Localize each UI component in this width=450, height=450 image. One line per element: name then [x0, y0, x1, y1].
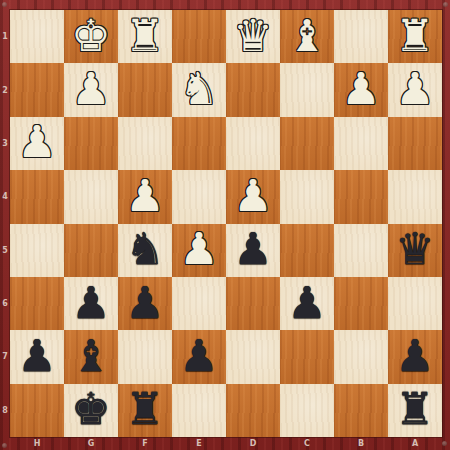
square-g2[interactable]: ♟: [64, 63, 118, 116]
square-f8[interactable]: ♜: [118, 384, 172, 437]
white-pawn-b2[interactable]: ♟: [341, 67, 380, 111]
square-b3[interactable]: [334, 117, 388, 170]
black-queen-a5[interactable]: ♛: [395, 227, 434, 271]
square-d6[interactable]: [226, 277, 280, 330]
rank-label-3: 3: [0, 117, 10, 170]
rank-label-7: 7: [0, 330, 10, 383]
square-c3[interactable]: [280, 117, 334, 170]
square-e8[interactable]: [172, 384, 226, 437]
frame-pin-bottom-right: [442, 441, 447, 446]
square-e5[interactable]: ♟: [172, 224, 226, 277]
square-a7[interactable]: ♟: [388, 330, 442, 383]
square-b6[interactable]: [334, 277, 388, 330]
square-f1[interactable]: ♜: [118, 10, 172, 63]
white-pawn-d4[interactable]: ♟: [233, 174, 272, 218]
black-pawn-e7[interactable]: ♟: [179, 334, 218, 378]
black-pawn-c6[interactable]: ♟: [287, 281, 326, 325]
file-label-g: G: [64, 437, 118, 450]
square-f5[interactable]: ♞: [118, 224, 172, 277]
black-king-g8[interactable]: ♚: [71, 387, 110, 431]
square-c5[interactable]: [280, 224, 334, 277]
square-f4[interactable]: ♟: [118, 170, 172, 223]
chess-board: ♚♜♛♝♜♟♞♟♟♟♟♟♞♟♟♛♟♟♟♟♝♟♟♚♜♜: [10, 10, 442, 437]
square-a4[interactable]: [388, 170, 442, 223]
white-bishop-c1[interactable]: ♝: [287, 14, 326, 58]
rank-label-5: 5: [0, 224, 10, 277]
square-c7[interactable]: [280, 330, 334, 383]
file-label-e: E: [172, 437, 226, 450]
black-bishop-g7[interactable]: ♝: [71, 334, 110, 378]
square-g6[interactable]: ♟: [64, 277, 118, 330]
white-knight-e2[interactable]: ♞: [179, 67, 218, 111]
file-label-f: F: [118, 437, 172, 450]
white-rook-f1[interactable]: ♜: [125, 14, 164, 58]
square-g1[interactable]: ♚: [64, 10, 118, 63]
square-a6[interactable]: [388, 277, 442, 330]
square-d5[interactable]: ♟: [226, 224, 280, 277]
white-king-g1[interactable]: ♚: [71, 14, 110, 58]
square-b4[interactable]: [334, 170, 388, 223]
square-g5[interactable]: [64, 224, 118, 277]
square-f2[interactable]: [118, 63, 172, 116]
square-e4[interactable]: [172, 170, 226, 223]
square-g7[interactable]: ♝: [64, 330, 118, 383]
frame-pin-top-right: [443, 2, 448, 7]
file-label-b: B: [334, 437, 388, 450]
rank-label-2: 2: [0, 63, 10, 116]
square-f7[interactable]: [118, 330, 172, 383]
black-pawn-h7[interactable]: ♟: [17, 334, 56, 378]
square-g3[interactable]: [64, 117, 118, 170]
square-a2[interactable]: ♟: [388, 63, 442, 116]
square-c6[interactable]: ♟: [280, 277, 334, 330]
square-b1[interactable]: [334, 10, 388, 63]
rank-label-6: 6: [0, 277, 10, 330]
black-rook-f8[interactable]: ♜: [125, 387, 164, 431]
white-queen-d1[interactable]: ♛: [233, 14, 272, 58]
frame-pin-bottom-left: [2, 443, 7, 448]
file-label-h: H: [10, 437, 64, 450]
square-a8[interactable]: ♜: [388, 384, 442, 437]
square-e2[interactable]: ♞: [172, 63, 226, 116]
square-d8[interactable]: [226, 384, 280, 437]
square-f6[interactable]: ♟: [118, 277, 172, 330]
black-pawn-f6[interactable]: ♟: [125, 281, 164, 325]
square-a5[interactable]: ♛: [388, 224, 442, 277]
square-c4[interactable]: [280, 170, 334, 223]
square-h2[interactable]: [10, 63, 64, 116]
square-b8[interactable]: [334, 384, 388, 437]
rank-label-4: 4: [0, 170, 10, 223]
file-label-c: C: [280, 437, 334, 450]
square-h8[interactable]: [10, 384, 64, 437]
square-b5[interactable]: [334, 224, 388, 277]
file-label-d: D: [226, 437, 280, 450]
square-b7[interactable]: [334, 330, 388, 383]
chess-board-frame: 12345678 ♚♜♛♝♜♟♞♟♟♟♟♟♞♟♟♛♟♟♟♟♝♟♟♚♜♜ HGFE…: [0, 0, 450, 450]
square-e6[interactable]: [172, 277, 226, 330]
square-a1[interactable]: ♜: [388, 10, 442, 63]
square-d7[interactable]: [226, 330, 280, 383]
square-d1[interactable]: ♛: [226, 10, 280, 63]
rank-label-1: 1: [0, 10, 10, 63]
square-c2[interactable]: [280, 63, 334, 116]
rank-label-8: 8: [0, 384, 10, 437]
square-d3[interactable]: [226, 117, 280, 170]
white-pawn-f4[interactable]: ♟: [125, 174, 164, 218]
square-g8[interactable]: ♚: [64, 384, 118, 437]
square-h6[interactable]: [10, 277, 64, 330]
black-pawn-d5[interactable]: ♟: [233, 227, 272, 271]
square-e1[interactable]: [172, 10, 226, 63]
square-b2[interactable]: ♟: [334, 63, 388, 116]
square-f3[interactable]: [118, 117, 172, 170]
square-h3[interactable]: ♟: [10, 117, 64, 170]
square-e3[interactable]: [172, 117, 226, 170]
square-h5[interactable]: [10, 224, 64, 277]
square-d2[interactable]: [226, 63, 280, 116]
white-pawn-a2[interactable]: ♟: [395, 67, 434, 111]
rank-labels: 12345678: [0, 10, 10, 437]
file-label-a: A: [388, 437, 442, 450]
white-pawn-g2[interactable]: ♟: [71, 67, 110, 111]
black-pawn-a7[interactable]: ♟: [395, 334, 434, 378]
white-pawn-h3[interactable]: ♟: [17, 120, 56, 164]
black-rook-a8[interactable]: ♜: [395, 387, 434, 431]
square-h4[interactable]: [10, 170, 64, 223]
file-labels: HGFEDCBA: [10, 437, 442, 450]
square-g4[interactable]: [64, 170, 118, 223]
black-knight-f5[interactable]: ♞: [125, 227, 164, 271]
square-h1[interactable]: [10, 10, 64, 63]
square-c1[interactable]: ♝: [280, 10, 334, 63]
square-h7[interactable]: ♟: [10, 330, 64, 383]
frame-pin-top-left: [2, 2, 7, 7]
square-c8[interactable]: [280, 384, 334, 437]
white-rook-a1[interactable]: ♜: [395, 14, 434, 58]
square-d4[interactable]: ♟: [226, 170, 280, 223]
square-a3[interactable]: [388, 117, 442, 170]
square-e7[interactable]: ♟: [172, 330, 226, 383]
black-pawn-g6[interactable]: ♟: [71, 281, 110, 325]
white-pawn-e5[interactable]: ♟: [179, 227, 218, 271]
